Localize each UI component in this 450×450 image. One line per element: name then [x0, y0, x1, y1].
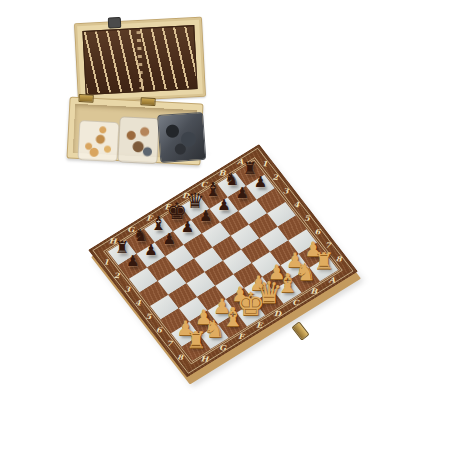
rank-label-left-1: 1: [100, 257, 113, 267]
rank-label-left-5: 5: [143, 312, 156, 322]
file-label-bottom-e: E: [253, 321, 266, 331]
rank-label-right-8: 8: [333, 254, 346, 264]
file-label-bottom-b: B: [308, 287, 321, 297]
rank-label-left-8: 8: [174, 353, 187, 363]
rank-label-right-1: 1: [259, 159, 272, 169]
product-photo: HHGGFFEEDDCCBBAA1122334455667788 ♜♞♝♚♛♝♞…: [0, 0, 450, 450]
file-label-bottom-f: F: [235, 332, 248, 342]
file-label-bottom-h: H: [199, 355, 212, 365]
rank-label-left-2: 2: [111, 271, 124, 281]
board-latch-icon: [291, 321, 309, 341]
rank-label-right-7: 7: [322, 241, 335, 251]
backgammon-bar: [136, 31, 143, 88]
hinge-icon: [78, 94, 93, 103]
file-label-bottom-d: D: [272, 309, 285, 319]
bag-mixed-pieces: [117, 116, 159, 164]
box-tray: [66, 97, 203, 166]
rank-label-left-6: 6: [153, 325, 166, 335]
file-label-bottom-c: C: [290, 298, 303, 308]
rank-label-left-7: 7: [164, 339, 177, 349]
rank-label-right-6: 6: [312, 227, 325, 237]
file-label-bottom-a: A: [326, 275, 339, 285]
bag-dark-pieces: [157, 112, 206, 163]
box-lid: [74, 17, 206, 104]
clasp-icon: [108, 17, 122, 29]
bag-light-pieces: [77, 120, 119, 162]
rank-label-right-2: 2: [269, 173, 282, 183]
rank-label-left-4: 4: [132, 298, 145, 308]
rank-label-right-5: 5: [301, 214, 314, 224]
backgammon-board: [82, 25, 197, 95]
rank-label-right-4: 4: [291, 200, 304, 210]
chess-board: HHGGFFEEDDCCBBAA1122334455667788: [88, 144, 358, 377]
tray-floor: [73, 104, 197, 159]
storage-box: [68, 14, 206, 162]
rank-label-left-3: 3: [121, 285, 134, 295]
hinge-icon: [140, 97, 155, 106]
rank-label-right-3: 3: [280, 186, 293, 196]
file-label-bottom-g: G: [217, 343, 230, 353]
